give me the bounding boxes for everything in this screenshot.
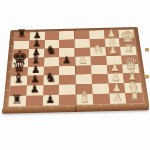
board-square [91,74,108,84]
chess-piece-white-pawn: ♟ [78,55,87,65]
frame-coordinate: a [5,99,8,102]
chess-piece-white-pawn: ♟ [113,92,123,103]
frame-coordinate: e [9,62,12,64]
chess-piece-black-rook: ♜ [17,29,27,40]
board-square: ♞ [90,47,106,56]
board-square [59,75,75,85]
board-square [91,65,108,75]
chess-board: ♜♟♟♟♟♚♟♞♞♟♜♚♝♟♟♛♟♟♛♝♟♞♟♝♟♟♞♜♟♝♟♜ 8765432… [3,27,149,110]
chess-piece-white-rook: ♜ [124,43,134,55]
board-square: ♜ [120,46,136,55]
frame-coordinate: h [11,37,14,39]
board-square [59,94,76,105]
board-square [59,84,76,94]
board-square: ♟ [105,47,121,56]
board-square [92,84,109,94]
board-square: ♟ [75,56,91,65]
folding-seam-front [74,106,76,111]
chess-piece-black-knight: ♞ [46,44,57,57]
chess-piece-white-pawn: ♟ [109,45,118,55]
chess-piece-white-rook: ♜ [129,90,140,103]
board-square: ♟ [109,93,127,104]
chess-piece-black-pawn: ♟ [46,94,56,105]
chess-set-photo: ♜♟♟♟♟♚♟♞♞♟♜♚♝♟♟♛♟♟♛♝♟♞♟♝♟♟♞♜♟♝♟♜ 8765432… [0,0,150,150]
board-square: ♜ [125,93,143,104]
frame-coordinate: c [7,80,9,82]
board-square: ♜ [9,96,26,107]
chess-piece-black-pawn: ♟ [62,55,71,65]
frame-coordinate: d [8,71,11,73]
chess-piece-black-knight: ♞ [45,71,57,84]
board-frame: ♜♟♟♟♟♚♟♞♞♟♜♚♝♟♟♛♟♟♛♝♟♞♟♝♟♟♞♜♟♝♟♜ 8765432… [3,27,149,110]
board-square [59,66,75,76]
chess-piece-black-pawn: ♟ [29,84,39,95]
board-square: ♝ [10,76,27,86]
board-square [25,95,42,106]
board-square: ♝ [76,94,93,105]
board-square: ♞ [44,48,60,57]
brass-clasp-icon [145,48,149,51]
board-square [92,94,109,105]
board-square: ♟ [59,56,75,65]
chess-piece-black-bishop: ♝ [12,71,25,85]
board-square [90,56,106,65]
board-square [44,57,60,66]
board-square: ♞ [43,75,59,85]
board-square: ♟ [42,95,59,106]
brass-clasp-icon [144,75,149,78]
board-square [75,74,92,84]
chess-piece-white-bishop: ♝ [78,89,91,104]
board-square [75,65,91,75]
board-square: ♟ [26,85,43,95]
chess-piece-black-rook: ♜ [11,93,22,106]
chess-piece-white-knight: ♞ [92,43,103,56]
perspective-scene: ♜♟♟♟♟♚♟♞♞♟♜♚♝♟♟♛♟♟♛♝♟♞♟♝♟♟♞♜♟♝♟♜ 8765432… [0,0,150,150]
frame-coordinate: b [6,89,9,91]
